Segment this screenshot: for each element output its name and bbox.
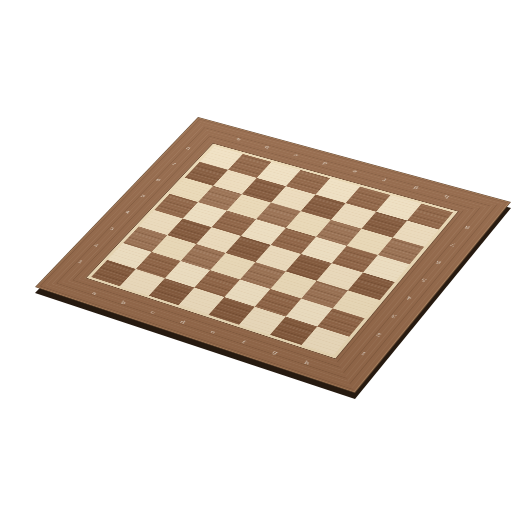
chess-board: aabbccddeeffgghh1122334455667788 <box>35 117 511 393</box>
photo-stage: aabbccddeeffgghh1122334455667788 <box>0 0 520 520</box>
